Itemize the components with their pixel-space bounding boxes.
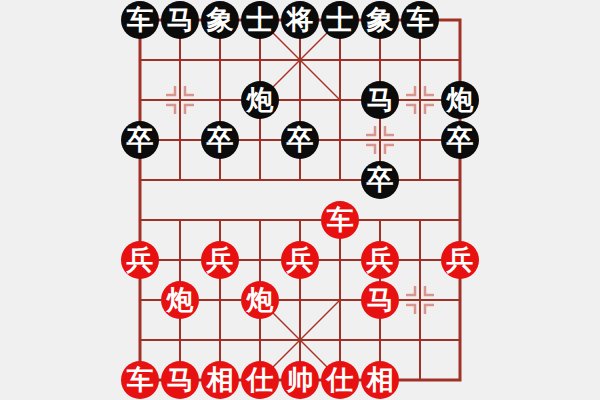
piece-black-soldier[interactable]: 卒: [361, 161, 399, 199]
piece-red-elephant[interactable]: 相: [361, 361, 399, 399]
piece-red-soldier[interactable]: 兵: [361, 241, 399, 279]
piece-black-cannon[interactable]: 炮: [241, 81, 279, 119]
piece-red-horse[interactable]: 马: [161, 361, 199, 399]
piece-black-advisor[interactable]: 士: [241, 1, 279, 39]
piece-red-advisor[interactable]: 仕: [241, 361, 279, 399]
piece-red-chariot[interactable]: 车: [121, 361, 159, 399]
piece-black-general[interactable]: 将: [281, 1, 319, 39]
piece-black-soldier[interactable]: 卒: [441, 121, 479, 159]
board-grid: [0, 0, 600, 400]
piece-black-soldier[interactable]: 卒: [281, 121, 319, 159]
piece-red-soldier[interactable]: 兵: [121, 241, 159, 279]
piece-black-cannon[interactable]: 炮: [441, 81, 479, 119]
piece-black-soldier[interactable]: 卒: [121, 121, 159, 159]
piece-black-chariot[interactable]: 车: [121, 1, 159, 39]
piece-red-chariot[interactable]: 车: [321, 201, 359, 239]
piece-red-advisor[interactable]: 仕: [321, 361, 359, 399]
piece-red-cannon[interactable]: 炮: [161, 281, 199, 319]
piece-black-horse[interactable]: 马: [161, 1, 199, 39]
xiangqi-board[interactable]: 车马象士将士象车炮马炮卒卒卒卒卒车兵兵兵兵兵炮炮马车马相仕帅仕相: [0, 0, 600, 400]
piece-black-chariot[interactable]: 车: [401, 1, 439, 39]
piece-red-soldier[interactable]: 兵: [441, 241, 479, 279]
piece-black-elephant[interactable]: 象: [361, 1, 399, 39]
piece-red-horse[interactable]: 马: [361, 281, 399, 319]
piece-black-elephant[interactable]: 象: [201, 1, 239, 39]
piece-black-advisor[interactable]: 士: [321, 1, 359, 39]
piece-red-soldier[interactable]: 兵: [201, 241, 239, 279]
piece-red-soldier[interactable]: 兵: [281, 241, 319, 279]
piece-red-elephant[interactable]: 相: [201, 361, 239, 399]
piece-red-cannon[interactable]: 炮: [241, 281, 279, 319]
piece-black-soldier[interactable]: 卒: [201, 121, 239, 159]
piece-red-general[interactable]: 帅: [281, 361, 319, 399]
piece-black-horse[interactable]: 马: [361, 81, 399, 119]
